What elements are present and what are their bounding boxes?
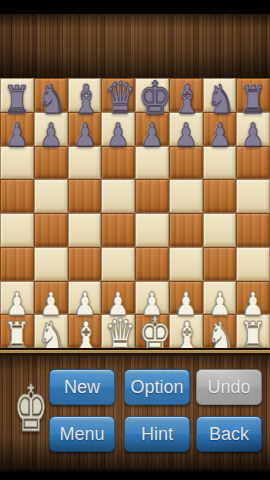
square-g5[interactable]: [203, 179, 237, 213]
undo-button[interactable]: Undo: [196, 369, 262, 405]
square-e3[interactable]: [135, 247, 169, 281]
black-pawn-g7[interactable]: ♟: [206, 119, 233, 151]
option-button[interactable]: Option: [124, 369, 190, 405]
black-king-e8[interactable]: ♚: [138, 75, 165, 121]
square-e5[interactable]: [135, 179, 169, 213]
chess-board[interactable]: ♜♞♝♛♚♝♞♜♟♟♟♟♟♟♟♟♟♟♟♟♟♟♟♟♜♞♝♛♚♝♞♜: [0, 78, 270, 348]
hint-button[interactable]: Hint: [124, 416, 190, 452]
black-pawn-c7[interactable]: ♟: [71, 119, 98, 151]
black-bishop-f8[interactable]: ♝: [172, 79, 199, 119]
black-rook-a8[interactable]: ♜: [3, 81, 30, 119]
black-rook-h8[interactable]: ♜: [240, 81, 267, 119]
square-e4[interactable]: [135, 213, 169, 247]
back-button[interactable]: Back: [196, 416, 262, 452]
black-knight-g8[interactable]: ♞: [206, 79, 233, 119]
square-c5[interactable]: [68, 179, 102, 213]
square-d4[interactable]: [101, 213, 135, 247]
square-c3[interactable]: [68, 247, 102, 281]
square-g4[interactable]: [203, 213, 237, 247]
square-a5[interactable]: [0, 179, 34, 213]
black-knight-b8[interactable]: ♞: [37, 79, 64, 119]
square-a4[interactable]: [0, 213, 34, 247]
black-pawn-d7[interactable]: ♟: [105, 119, 132, 151]
status-bar: [0, 0, 270, 14]
black-pawn-e7[interactable]: ♟: [138, 119, 165, 151]
bottom-bar: [0, 469, 270, 480]
square-f4[interactable]: [169, 213, 203, 247]
control-panel: ♚ New Option Undo Menu Hint Back: [0, 356, 270, 469]
square-d3[interactable]: [101, 247, 135, 281]
wood-background-top: [0, 14, 270, 78]
square-b5[interactable]: [34, 179, 68, 213]
black-queen-d8[interactable]: ♛: [105, 76, 132, 120]
menu-button[interactable]: Menu: [49, 416, 115, 452]
black-pawn-f7[interactable]: ♟: [172, 119, 199, 151]
black-pawn-h7[interactable]: ♟: [240, 119, 267, 151]
square-b4[interactable]: [34, 213, 68, 247]
board-bottom-edge: [0, 348, 270, 356]
square-h3[interactable]: [236, 247, 270, 281]
square-f5[interactable]: [169, 179, 203, 213]
square-c4[interactable]: [68, 213, 102, 247]
square-f3[interactable]: [169, 247, 203, 281]
black-pawn-b7[interactable]: ♟: [37, 119, 64, 151]
square-b3[interactable]: [34, 247, 68, 281]
app-screen: ♜♞♝♛♚♝♞♜♟♟♟♟♟♟♟♟♟♟♟♟♟♟♟♟♜♞♝♛♚♝♞♜ ♚ New O…: [0, 0, 270, 480]
black-pawn-a7[interactable]: ♟: [3, 119, 30, 151]
white-king-icon: ♚: [14, 377, 40, 441]
new-button[interactable]: New: [49, 369, 115, 405]
square-h5[interactable]: [236, 179, 270, 213]
black-bishop-c8[interactable]: ♝: [71, 79, 98, 119]
square-h4[interactable]: [236, 213, 270, 247]
square-a3[interactable]: [0, 247, 34, 281]
square-d5[interactable]: [101, 179, 135, 213]
square-g3[interactable]: [203, 247, 237, 281]
